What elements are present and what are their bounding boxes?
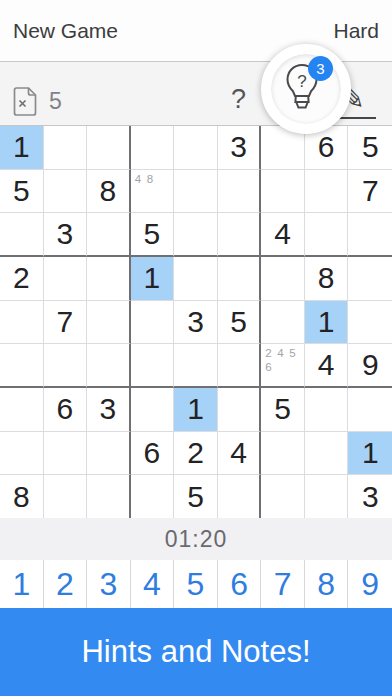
numpad-key-5[interactable]: 5 xyxy=(174,560,218,608)
cell-r3c8[interactable] xyxy=(305,213,349,257)
cell-r5c1[interactable] xyxy=(0,301,44,345)
cell-r7c9[interactable] xyxy=(348,388,392,432)
help-icon[interactable]: ? xyxy=(231,84,246,115)
cell-r6c2[interactable] xyxy=(44,344,88,388)
cell-r8c9[interactable]: 1 xyxy=(348,432,392,476)
cell-r7c5[interactable]: 1 xyxy=(174,388,218,432)
number-pad: 123456789 xyxy=(0,560,392,609)
cell-r5c7[interactable] xyxy=(261,301,305,345)
timer-band: 01:20 xyxy=(0,518,392,560)
cell-r6c8[interactable]: 4 xyxy=(305,344,349,388)
cell-r2c6[interactable] xyxy=(218,170,262,214)
cell-r2c2[interactable] xyxy=(44,170,88,214)
cell-r2c5[interactable] xyxy=(174,170,218,214)
cell-r4c7[interactable] xyxy=(261,257,305,301)
numpad-key-3[interactable]: 3 xyxy=(87,560,131,608)
cell-r6c7[interactable]: 2456 xyxy=(261,344,305,388)
cell-r8c4[interactable]: 6 xyxy=(131,432,175,476)
cell-r3c1[interactable] xyxy=(0,213,44,257)
cell-r5c6[interactable]: 5 xyxy=(218,301,262,345)
numpad-key-4[interactable]: 4 xyxy=(131,560,175,608)
cell-r4c9[interactable] xyxy=(348,257,392,301)
cell-r5c5[interactable]: 3 xyxy=(174,301,218,345)
cell-r7c3[interactable]: 3 xyxy=(87,388,131,432)
cell-r9c5[interactable]: 5 xyxy=(174,475,218,519)
hints-banner[interactable]: Hints and Notes! xyxy=(0,608,392,696)
cell-r7c2[interactable]: 6 xyxy=(44,388,88,432)
hint-count-badge: 3 xyxy=(308,56,333,81)
cell-r6c1[interactable] xyxy=(0,344,44,388)
cell-r8c7[interactable] xyxy=(261,432,305,476)
timer: 01:20 xyxy=(165,526,228,553)
cell-r9c8[interactable] xyxy=(305,475,349,519)
cell-r1c2[interactable] xyxy=(44,126,88,170)
banner-label: Hints and Notes! xyxy=(81,634,310,670)
new-game-button[interactable]: New Game xyxy=(13,19,118,43)
cell-r4c3[interactable] xyxy=(87,257,131,301)
cell-notes: 48 xyxy=(135,172,173,212)
cell-r4c6[interactable] xyxy=(218,257,262,301)
cell-r6c6[interactable] xyxy=(218,344,262,388)
cell-r1c5[interactable] xyxy=(174,126,218,170)
numpad-key-6[interactable]: 6 xyxy=(218,560,262,608)
cell-r3c2[interactable]: 3 xyxy=(44,213,88,257)
cell-r5c3[interactable] xyxy=(87,301,131,345)
sudoku-app: New Game Hard 5 ? ✎ ? 3 1365584873542187… xyxy=(0,0,392,696)
cell-r2c8[interactable] xyxy=(305,170,349,214)
cell-notes: 2456 xyxy=(265,346,303,385)
erase-page-icon xyxy=(12,86,38,117)
cell-r1c1[interactable]: 1 xyxy=(0,126,44,170)
difficulty-label[interactable]: Hard xyxy=(333,19,379,43)
cell-r8c6[interactable]: 4 xyxy=(218,432,262,476)
cell-r9c6[interactable] xyxy=(218,475,262,519)
erase-count: 5 xyxy=(49,88,62,115)
cell-r7c7[interactable]: 5 xyxy=(261,388,305,432)
svg-text:?: ? xyxy=(297,72,306,91)
numpad-key-1[interactable]: 1 xyxy=(0,560,44,608)
cell-r2c1[interactable]: 5 xyxy=(0,170,44,214)
cell-r4c4[interactable]: 1 xyxy=(131,257,175,301)
cell-r8c8[interactable] xyxy=(305,432,349,476)
cell-r3c5[interactable] xyxy=(174,213,218,257)
cell-r4c5[interactable] xyxy=(174,257,218,301)
cell-r1c9[interactable]: 5 xyxy=(348,126,392,170)
cell-r9c7[interactable] xyxy=(261,475,305,519)
cell-r8c2[interactable] xyxy=(44,432,88,476)
cell-r9c1[interactable]: 8 xyxy=(0,475,44,519)
cell-r8c1[interactable] xyxy=(0,432,44,476)
cell-r7c6[interactable] xyxy=(218,388,262,432)
cell-r2c3[interactable]: 8 xyxy=(87,170,131,214)
cell-r5c4[interactable] xyxy=(131,301,175,345)
cell-r6c5[interactable] xyxy=(174,344,218,388)
cell-r3c7[interactable]: 4 xyxy=(261,213,305,257)
cell-r1c6[interactable]: 3 xyxy=(218,126,262,170)
cell-r9c2[interactable] xyxy=(44,475,88,519)
cell-r2c9[interactable]: 7 xyxy=(348,170,392,214)
cell-r8c5[interactable]: 2 xyxy=(174,432,218,476)
cell-r2c4[interactable]: 48 xyxy=(131,170,175,214)
cell-r4c1[interactable]: 2 xyxy=(0,257,44,301)
cell-r9c4[interactable] xyxy=(131,475,175,519)
cell-r2c7[interactable] xyxy=(261,170,305,214)
cell-r3c6[interactable] xyxy=(218,213,262,257)
cell-r1c3[interactable] xyxy=(87,126,131,170)
cell-r4c2[interactable] xyxy=(44,257,88,301)
cell-r5c9[interactable] xyxy=(348,301,392,345)
cell-r7c8[interactable] xyxy=(305,388,349,432)
cell-r7c1[interactable] xyxy=(0,388,44,432)
numpad-key-2[interactable]: 2 xyxy=(44,560,88,608)
cell-r6c3[interactable] xyxy=(87,344,131,388)
cell-r5c8[interactable]: 1 xyxy=(305,301,349,345)
cell-r4c8[interactable]: 8 xyxy=(305,257,349,301)
numpad-key-8[interactable]: 8 xyxy=(305,560,349,608)
sudoku-grid: 136558487354218735124564963156241853 xyxy=(0,125,392,520)
cell-r8c3[interactable] xyxy=(87,432,131,476)
cell-r7c4[interactable] xyxy=(131,388,175,432)
cell-r3c4[interactable]: 5 xyxy=(131,213,175,257)
cell-r3c3[interactable] xyxy=(87,213,131,257)
cell-r9c9[interactable]: 3 xyxy=(348,475,392,519)
cell-r6c9[interactable]: 9 xyxy=(348,344,392,388)
numpad-key-9[interactable]: 9 xyxy=(348,560,392,608)
numpad-key-7[interactable]: 7 xyxy=(261,560,305,608)
cell-r5c2[interactable]: 7 xyxy=(44,301,88,345)
cell-r1c4[interactable] xyxy=(131,126,175,170)
cell-r3c9[interactable] xyxy=(348,213,392,257)
cell-r6c4[interactable] xyxy=(131,344,175,388)
erase-counter[interactable]: 5 xyxy=(12,86,62,117)
cell-r9c3[interactable] xyxy=(87,475,131,519)
